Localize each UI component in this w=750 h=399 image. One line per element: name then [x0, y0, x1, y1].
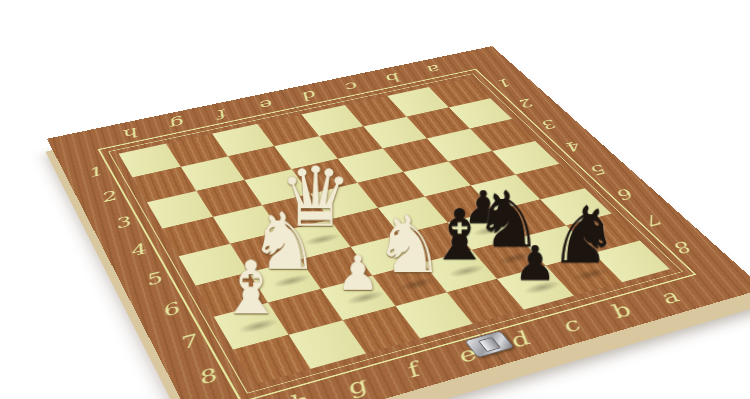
- coord-rank-left-2: 2: [85, 181, 132, 214]
- clasp-hook-icon: [478, 337, 501, 352]
- coord-file-far-a: a: [409, 59, 462, 80]
- white-pawn-glyph: ♟: [312, 249, 404, 297]
- coord-rank-right-3: 3: [525, 110, 576, 138]
- coord-rank-right-1: 1: [482, 70, 530, 95]
- coord-file-far-c: c: [326, 75, 380, 97]
- coord-rank-left-3: 3: [98, 206, 146, 240]
- piece-white-pawn-f7[interactable]: ♟: [312, 249, 404, 297]
- coord-file-far-g: g: [151, 111, 206, 135]
- coord-rank-left-8: 8: [178, 354, 235, 399]
- coord-rank-left-7: 7: [160, 321, 215, 364]
- coord-rank-left-1: 1: [72, 157, 117, 188]
- coord-file-near-c: c: [535, 308, 605, 344]
- coord-rank-left-5: 5: [128, 260, 179, 298]
- metal-clasp: [464, 331, 514, 358]
- coord-file-far-b: b: [368, 67, 421, 88]
- product-photo: hh11gg22ff33ee44dd55cc66bb77aa88♝♞♛♟♞♟♝♞…: [0, 0, 750, 399]
- coord-rank-right-7: 7: [625, 203, 683, 237]
- coord-file-near-a: a: [634, 280, 703, 314]
- white-bishop-glyph: ♝: [204, 252, 298, 326]
- coord-rank-right-4: 4: [548, 131, 600, 160]
- piece-black-pawn-c8[interactable]: ♟: [490, 240, 581, 288]
- coord-rank-right-8: 8: [654, 229, 714, 265]
- coord-file-near-h: h: [262, 383, 335, 399]
- coord-file-near-g: g: [319, 367, 391, 399]
- coord-file-far-h: h: [105, 121, 160, 145]
- coord-rank-left-4: 4: [113, 232, 163, 268]
- black-pawn-glyph: ♟: [490, 240, 581, 288]
- coord-rank-right-2: 2: [503, 90, 552, 117]
- coord-rank-right-5: 5: [573, 154, 627, 185]
- piece-white-bishop-h7[interactable]: ♝: [204, 252, 298, 326]
- coord-rank-left-6: 6: [143, 290, 196, 331]
- coord-file-far-f: f: [196, 102, 251, 125]
- coord-file-near-b: b: [585, 294, 654, 329]
